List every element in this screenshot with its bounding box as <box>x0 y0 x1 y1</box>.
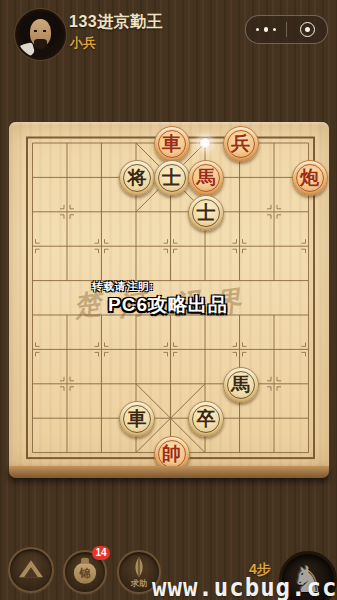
money-bag-icon: 锦 <box>74 563 96 584</box>
piece-red-兵[interactable]: 兵 <box>223 126 259 162</box>
hint-bag-button[interactable]: 锦 14 <box>63 550 107 594</box>
last-move-indicator <box>199 137 211 149</box>
level-title: 133进京勤王 <box>69 12 163 33</box>
piece-black-卒[interactable]: 卒 <box>188 401 224 437</box>
piece-red-炮[interactable]: 炮 <box>292 160 328 196</box>
watermark-brand: PC6攻略出品 <box>108 292 228 318</box>
footer-bar: 锦 14 求助 4步 ♞ www.ucbug.cc <box>0 470 337 600</box>
avatar-beard <box>34 39 47 49</box>
more-dots-icon <box>253 27 279 32</box>
close-button[interactable] <box>287 16 327 43</box>
hint-count-badge: 14 <box>92 546 110 560</box>
piece-red-車[interactable]: 車 <box>154 126 190 162</box>
avatar-collar <box>16 42 36 59</box>
more-button[interactable] <box>246 16 286 43</box>
piece-black-士[interactable]: 士 <box>188 195 224 231</box>
player-avatar[interactable] <box>15 9 66 60</box>
piece-black-士[interactable]: 士 <box>154 160 190 196</box>
piece-black-車[interactable]: 車 <box>119 401 155 437</box>
piece-black-馬[interactable]: 馬 <box>223 367 259 403</box>
rank-label: 小兵 <box>70 34 96 52</box>
wechat-capsule <box>245 15 328 44</box>
app-screen: 133进京勤王 小兵 楚 河 汉 界 車兵将士馬炮士馬車卒帥 转载请注明: PC… <box>0 0 337 600</box>
xiangqi-board[interactable]: 楚 河 汉 界 車兵将士馬炮士馬車卒帥 转载请注明: PC6攻略出品 <box>9 122 329 468</box>
menu-button[interactable] <box>8 547 54 593</box>
site-watermark: www.ucbug.cc <box>152 574 337 600</box>
avatar-eyes <box>34 30 37 32</box>
close-icon <box>300 22 315 37</box>
praying-hands-icon <box>126 556 152 580</box>
